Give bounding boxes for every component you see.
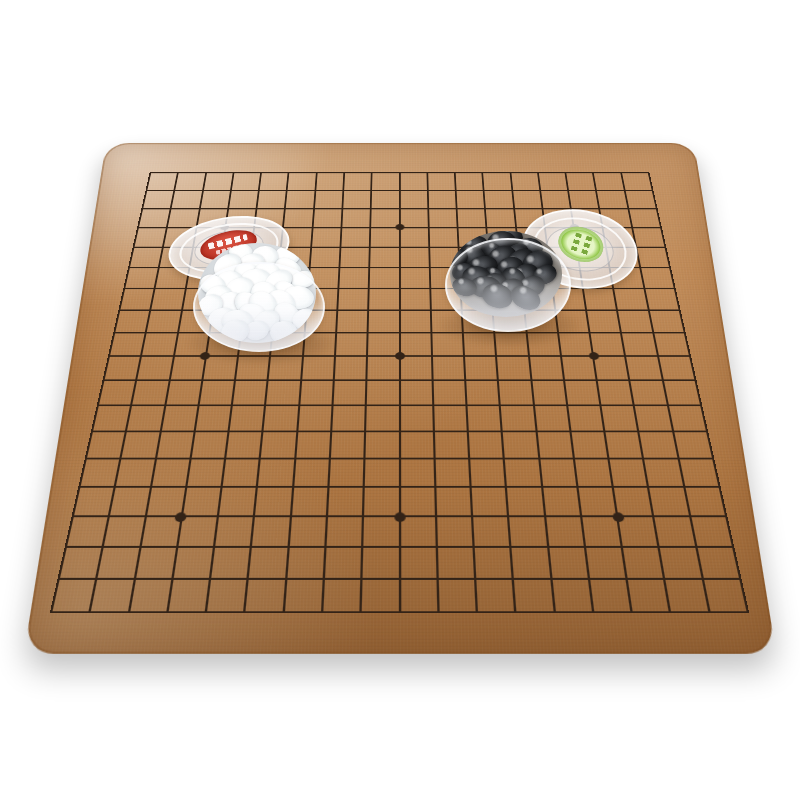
grid-cell [72,486,114,515]
grid-cell [399,190,428,208]
grid-cell [256,458,294,486]
grid-cell [434,486,471,515]
grid-cell [431,355,464,379]
grid-cell [159,404,197,430]
grid-cell [642,458,682,486]
grid-cell [432,404,467,430]
hoshi-point [588,352,599,360]
grid-cell [341,190,370,208]
grid-cell [294,431,330,458]
grid-cell [398,355,431,379]
grid-cell [171,546,213,578]
grid-cell [259,431,296,458]
grid-cell [505,486,543,515]
grid-cell [310,227,341,247]
grid-cell [363,458,399,486]
grid-cell [120,431,160,458]
grid-cell [155,431,194,458]
grid-cell [285,546,324,578]
grid-cell [633,404,672,430]
grid-cell [652,515,694,546]
grid-cell [625,578,669,611]
label-text-marks [580,236,592,257]
grid-cell [484,208,514,227]
grid-cell [166,208,198,227]
grid-cell [658,546,701,578]
grid-cell [497,379,532,404]
grid-cell [567,190,598,208]
grid-cell [535,431,573,458]
grid-cell [365,379,399,404]
grid-cell [435,515,473,546]
grid-cell [585,309,620,331]
grid-cell [174,172,205,190]
grid-cell [287,515,326,546]
grid-cell [399,332,431,355]
grid-cell [433,431,468,458]
grid-cell [368,267,399,288]
grid-cell [629,379,667,404]
grid-cell [313,190,343,208]
grid-cell [326,486,363,515]
grid-cell [468,458,505,486]
grid-cell [495,355,530,379]
grid-cell [227,190,258,208]
goban-board [50,172,750,613]
grid-cell [539,190,570,208]
white-stones-bowl [198,243,316,343]
grid-cell [335,309,367,331]
grid-cell [677,458,718,486]
grid-cell [482,172,511,190]
grid-cell [563,379,600,404]
grid-cell [282,208,312,227]
grid-cell [128,578,172,611]
grid-cell [620,332,656,355]
grid-cell [228,404,265,430]
grid-cell [102,515,144,546]
grid-cell [584,546,626,578]
grid-cell [323,546,362,578]
grid-cell [264,379,299,404]
grid-cell [185,458,224,486]
grid-cell [467,431,503,458]
grid-cell [340,227,370,247]
grid-cell [509,546,549,578]
green-lid-label [554,221,608,268]
grid-cell [509,172,539,190]
grid-cell [369,227,399,247]
grid-cell [398,486,434,515]
grid-cell [97,379,136,404]
grid-cell [324,515,362,546]
grid-cell [142,190,174,208]
grid-cell [197,379,234,404]
grid-cell [436,578,475,611]
grid-cell [472,546,511,578]
grid-cell [623,190,655,208]
grid-cell [398,379,431,404]
grid-cell [194,404,231,430]
grid-cell [360,546,398,578]
grid-cell [657,355,695,379]
grid-cell [360,578,399,611]
grid-cell [327,458,363,486]
grid-cell [639,267,674,288]
grid-cell [108,332,145,355]
grid-cell [398,578,437,611]
grid-cell [607,458,647,486]
grid-cell [146,172,178,190]
grid-cell [362,486,398,515]
grid-cell [65,515,108,546]
grid-cell [456,208,486,227]
grid-cell [399,288,430,310]
grid-cell [435,546,474,578]
grid-cell [168,355,205,379]
hoshi-point [395,224,404,230]
grid-cell [311,208,341,227]
grid-cell [330,404,365,430]
grid-cell [364,404,398,430]
grid-cell [308,247,339,267]
grid-cell [428,227,458,247]
grid-cell [231,379,267,404]
grid-cell [512,578,553,611]
grid-cell [433,458,469,486]
grid-cell [367,288,398,310]
grid-cell [170,190,202,208]
grid-cell [244,578,285,611]
grid-cell [290,486,328,515]
hoshi-point [394,512,405,522]
grid-cell [569,431,607,458]
photo-canvas [0,0,800,800]
grid-cell [150,458,190,486]
grid-cell [136,355,173,379]
grid-cell [108,486,149,515]
grid-cell [620,172,652,190]
goban-grid [50,172,750,613]
grid-cell [499,404,535,430]
grid-cell [616,309,652,331]
grid-cell [566,404,603,430]
grid-cell [469,486,507,515]
grid-cell [683,486,725,515]
grid-cell [224,431,262,458]
grid-cell [230,172,260,190]
grid-cell [321,578,361,611]
grid-cell [292,458,329,486]
grid-cell [96,546,139,578]
grid-cell [329,431,365,458]
grid-cell [399,247,429,267]
grid-cell [298,379,333,404]
grid-cell [262,404,298,430]
grid-cell [128,247,162,267]
grid-cell [202,172,233,190]
grid-cell [543,515,583,546]
grid-cell [164,379,201,404]
grid-cell [123,267,158,288]
grid-cell [647,309,683,331]
grid-cell [483,190,513,208]
grid-cell [114,458,155,486]
grid-cell [635,247,669,267]
grid-cell [286,172,315,190]
grid-cell [209,546,250,578]
grid-cell [199,190,230,208]
grid-cell [538,458,576,486]
grid-cell [528,355,563,379]
grid-cell [465,404,500,430]
grid-cell [371,172,399,190]
grid-cell [338,247,369,267]
grid-cell [314,172,343,190]
label-text-marks [570,233,582,254]
grid-cell [189,431,227,458]
grid-cell [398,546,436,578]
grid-cell [399,309,431,331]
grid-cell [398,431,433,458]
grid-cell [474,578,514,611]
grid-cell [337,267,368,288]
grid-cell [454,172,483,190]
grid-cell [511,190,541,208]
grid-cell [532,404,569,430]
grid-cell [213,515,253,546]
grid-cell [695,546,739,578]
grid-cell [140,332,176,355]
grid-cell [181,486,221,515]
grid-cell [331,379,365,404]
grid-cell [582,288,616,310]
grid-cell [366,355,399,379]
grid-cell [133,546,176,578]
grid-cell [399,267,430,288]
grid-cell [256,190,286,208]
grid-cell [595,190,627,208]
grid-cell [547,546,588,578]
grid-cell [661,379,700,404]
grid-cell [652,332,689,355]
grid-cell [370,208,399,227]
grid-cell [565,172,596,190]
grid-cell [217,486,256,515]
grid-cell [426,172,455,190]
grid-cell [250,515,289,546]
grid-cell [89,578,134,611]
grid-cell [341,208,371,227]
grid-cell [103,355,141,379]
grid-cell [258,172,288,190]
grid-cell [133,227,166,247]
grid-cell [613,288,648,310]
grid-cell [284,190,314,208]
grid-cell [463,355,497,379]
grid-cell [113,309,149,331]
grid-cell [85,431,125,458]
grid-cell [125,404,164,430]
grid-cell [333,355,366,379]
grid-cell [666,404,705,430]
grid-cell [573,458,612,486]
grid-cell [369,247,399,267]
grid-cell [427,208,457,227]
grid-cell [637,431,677,458]
grid-cell [399,208,428,227]
grid-cell [647,486,688,515]
grid-cell [79,458,120,486]
grid-cell [530,379,566,404]
grid-cell [137,208,170,227]
grid-cell [253,486,292,515]
grid-cell [501,431,538,458]
grid-cell [592,172,623,190]
grid-cell [247,546,287,578]
grid-cell [464,379,499,404]
grid-cell [166,578,209,611]
grid-cell [145,309,181,331]
hoshi-point [612,512,625,522]
grid-cell [296,404,331,430]
grid-cell [282,578,322,611]
grid-cell [537,172,567,190]
grid-cell [144,486,185,515]
grid-cell [336,288,368,310]
grid-cell [399,172,427,190]
grid-cell [596,379,633,404]
grid-cell [621,546,664,578]
grid-cell [398,404,432,430]
grid-cell [627,208,660,227]
grid-cell [130,379,168,404]
grid-cell [663,578,708,611]
grid-cell [367,309,399,331]
grid-cell [455,190,484,208]
grid-cell [399,227,429,247]
grid-cell [507,515,546,546]
grid-cell [205,578,247,611]
grid-cell [150,288,185,310]
grid-cell [119,288,154,310]
grid-cell [689,515,732,546]
grid-cell [550,578,592,611]
grid-cell [588,578,631,611]
grid-cell [701,578,746,611]
grid-cell [672,431,712,458]
grid-cell [342,172,371,190]
grid-cell [364,431,399,458]
grid-cell [576,486,616,515]
grid-cell [503,458,541,486]
grid-cell [431,379,465,404]
grid-cell [139,515,181,546]
grid-cell [370,190,399,208]
black-stones-bowl [450,231,562,317]
grid-cell [612,486,653,515]
grid-cell [471,515,510,546]
grid-cell [361,515,398,546]
grid-cell [398,458,434,486]
grid-cell [624,355,661,379]
grid-cell [599,404,637,430]
hoshi-point [394,352,404,360]
grid-cell [427,190,456,208]
grid-cell [643,288,678,310]
grid-cell [541,486,580,515]
grid-cell [366,332,398,355]
grid-cell [603,431,642,458]
grid-cell [221,458,259,486]
grid-cell [91,404,130,430]
